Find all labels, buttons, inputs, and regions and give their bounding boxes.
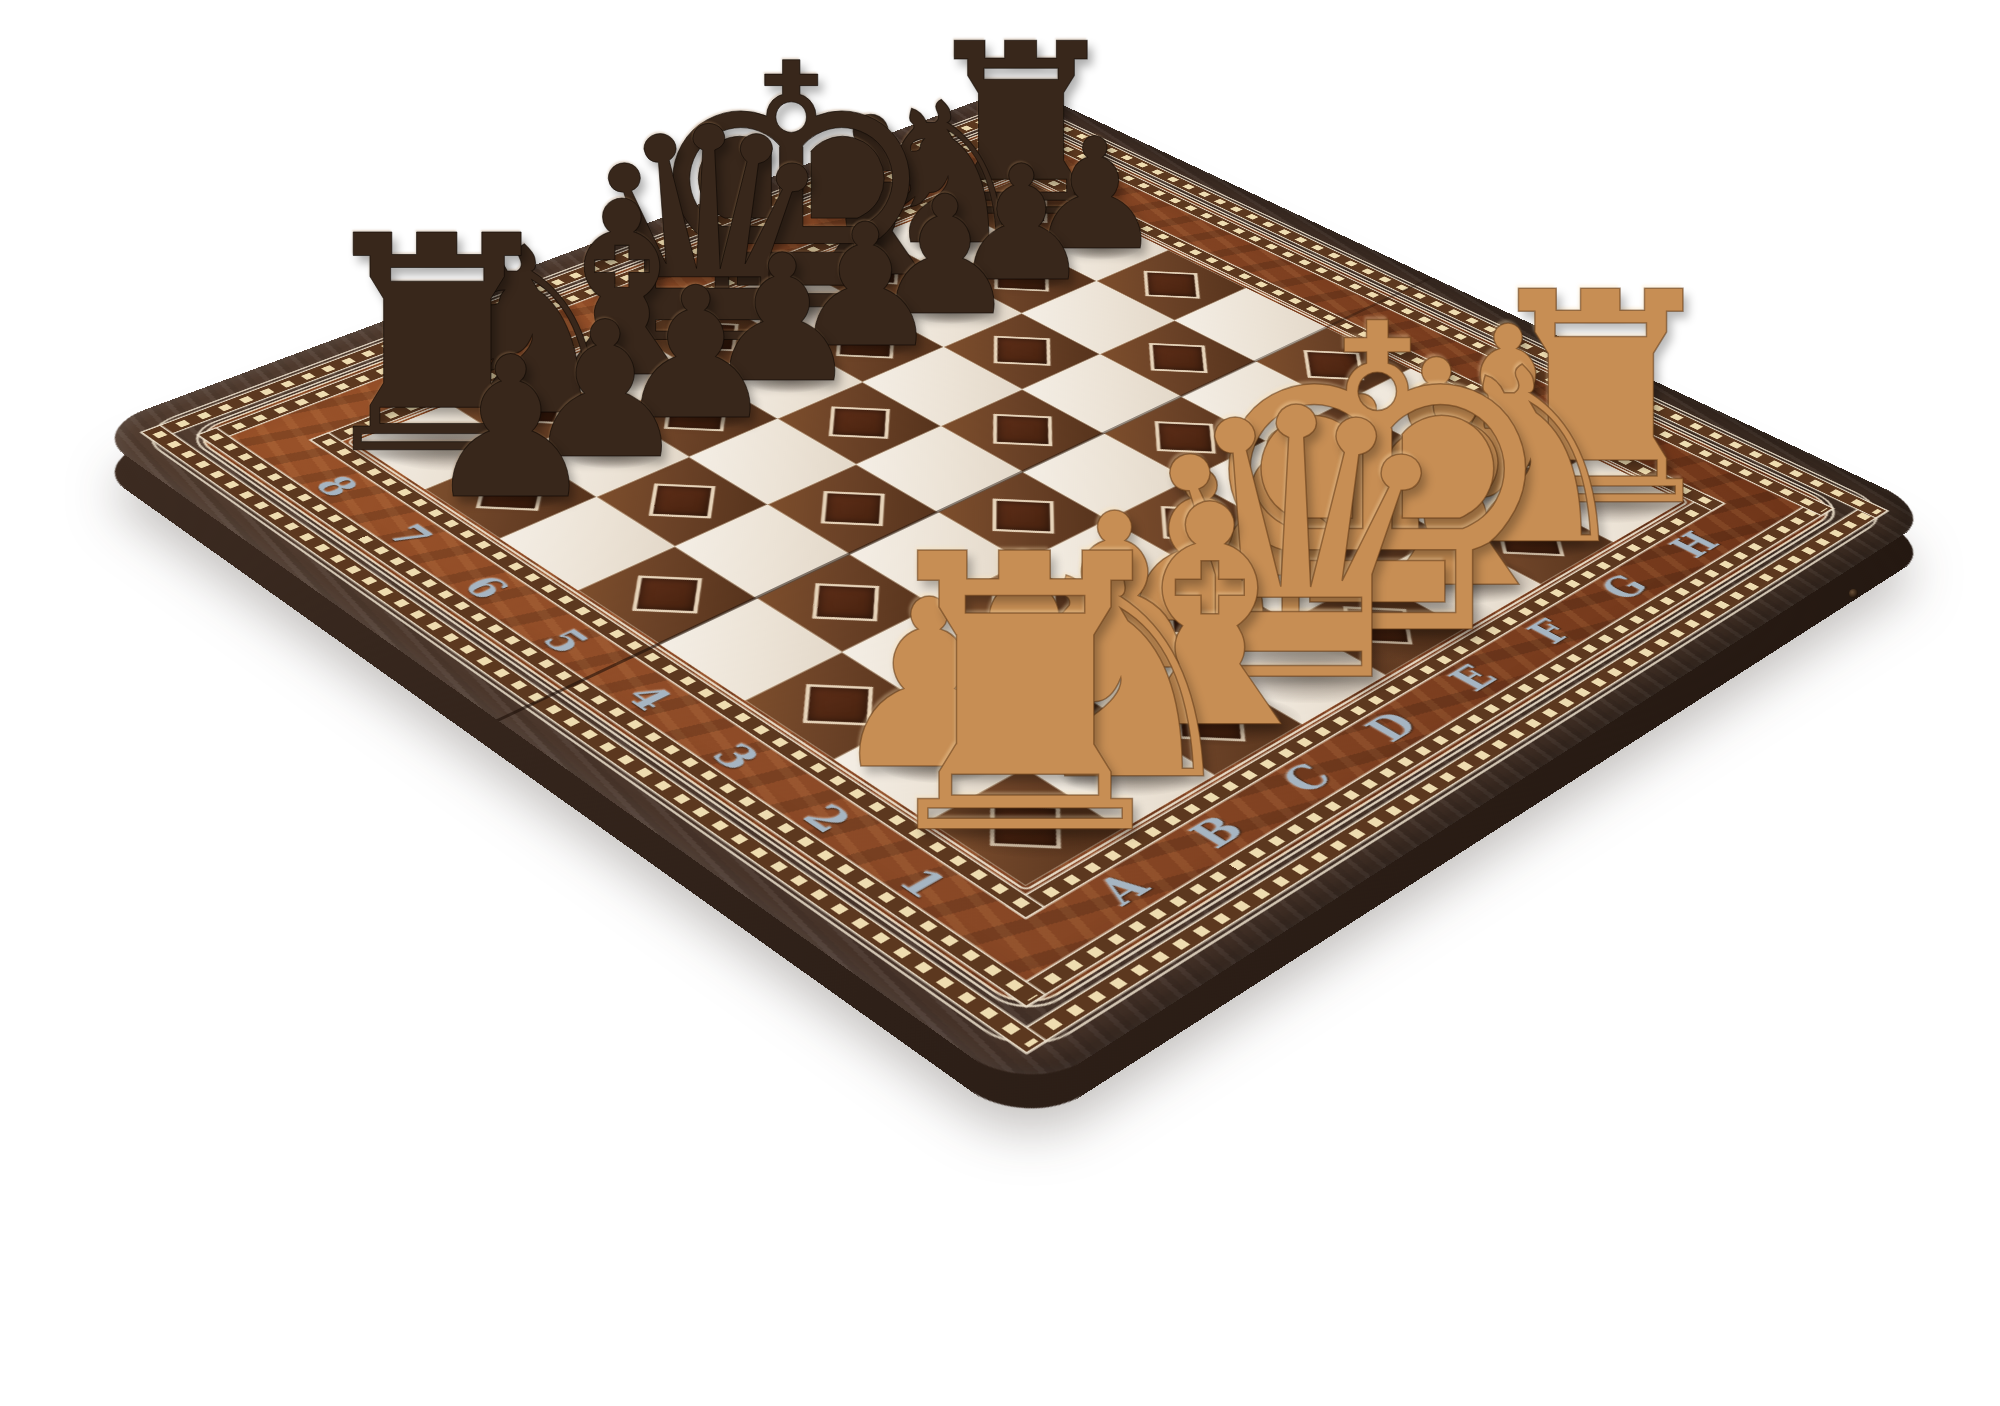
squares-grid <box>90 85 1020 430</box>
chess-board: 87654321 ABCDEFGH <box>90 85 1937 1097</box>
clasp-pin <box>1849 589 1858 598</box>
product-photo-scene: 87654321 ABCDEFGH ♜♞♝♛♚♝♞♜♟♟♟♟♟♟♟♟♟♟♟♟♟♟… <box>0 0 2000 1406</box>
